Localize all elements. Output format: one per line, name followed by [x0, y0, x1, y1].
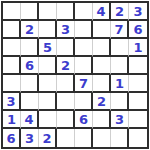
cell-r3c4[interactable] — [57, 39, 75, 57]
cell-r8c3: 2 — [39, 129, 57, 147]
cell-r8c4[interactable] — [57, 129, 75, 147]
cell-r4c3[interactable] — [39, 57, 57, 75]
cell-r2c7: 7 — [111, 21, 129, 39]
cell-r7c4[interactable] — [57, 111, 75, 129]
cell-r5c8[interactable] — [129, 75, 147, 93]
cell-r1c4[interactable] — [57, 3, 75, 21]
cell-r8c8[interactable] — [129, 129, 147, 147]
cell-r6c1: 3 — [3, 93, 21, 111]
cell-r2c6[interactable] — [93, 21, 111, 39]
cell-r3c5[interactable] — [75, 39, 93, 57]
cell-r2c2: 2 — [21, 21, 39, 39]
cell-r3c6[interactable] — [93, 39, 111, 57]
cell-r7c1: 1 — [3, 111, 21, 129]
cell-r5c5: 7 — [75, 75, 93, 93]
cell-r5c3[interactable] — [39, 75, 57, 93]
cell-r8c7[interactable] — [111, 129, 129, 147]
puzzle-board: 4232376516271321463632 — [1, 1, 149, 149]
cell-r8c1: 6 — [3, 129, 21, 147]
cell-r1c8: 3 — [129, 3, 147, 21]
cell-r5c1[interactable] — [3, 75, 21, 93]
cell-r3c1[interactable] — [3, 39, 21, 57]
cell-r1c6: 4 — [93, 3, 111, 21]
cell-r6c2[interactable] — [21, 93, 39, 111]
cell-r4c1[interactable] — [3, 57, 21, 75]
cell-r8c2: 3 — [21, 129, 39, 147]
cell-r3c7[interactable] — [111, 39, 129, 57]
cell-r8c5[interactable] — [75, 129, 93, 147]
cell-r1c1[interactable] — [3, 3, 21, 21]
cell-r7c8[interactable] — [129, 111, 147, 129]
cell-r2c5[interactable] — [75, 21, 93, 39]
cell-r7c3[interactable] — [39, 111, 57, 129]
cell-r2c3[interactable] — [39, 21, 57, 39]
cell-r4c2: 6 — [21, 57, 39, 75]
cell-r6c7[interactable] — [111, 93, 129, 111]
cell-r8c6[interactable] — [93, 129, 111, 147]
cell-r7c7: 3 — [111, 111, 129, 129]
cell-r2c8: 6 — [129, 21, 147, 39]
cell-r2c4: 3 — [57, 21, 75, 39]
cell-r6c3[interactable] — [39, 93, 57, 111]
cell-r3c8: 1 — [129, 39, 147, 57]
cell-r5c2[interactable] — [21, 75, 39, 93]
cell-r4c5[interactable] — [75, 57, 93, 75]
cell-r3c2[interactable] — [21, 39, 39, 57]
cell-r6c8[interactable] — [129, 93, 147, 111]
cell-r2c1[interactable] — [3, 21, 21, 39]
cell-r1c7: 2 — [111, 3, 129, 21]
cell-r5c7: 1 — [111, 75, 129, 93]
cell-r1c5[interactable] — [75, 3, 93, 21]
cell-r5c6[interactable] — [93, 75, 111, 93]
cell-r4c4: 2 — [57, 57, 75, 75]
cell-r6c6: 2 — [93, 93, 111, 111]
cell-r3c3: 5 — [39, 39, 57, 57]
cell-r1c2[interactable] — [21, 3, 39, 21]
cell-r4c8[interactable] — [129, 57, 147, 75]
cell-r4c7[interactable] — [111, 57, 129, 75]
cell-r5c4[interactable] — [57, 75, 75, 93]
cell-r4c6[interactable] — [93, 57, 111, 75]
cell-r6c4[interactable] — [57, 93, 75, 111]
cell-r7c6[interactable] — [93, 111, 111, 129]
cell-r6c5[interactable] — [75, 93, 93, 111]
cell-r7c2: 4 — [21, 111, 39, 129]
cell-r1c3[interactable] — [39, 3, 57, 21]
cell-r7c5: 6 — [75, 111, 93, 129]
